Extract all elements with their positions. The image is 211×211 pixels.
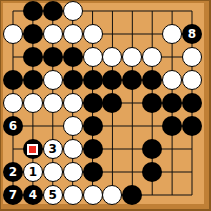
go-board: 86321745 — [0, 0, 211, 211]
stone-white — [3, 93, 23, 113]
stone-black — [63, 70, 83, 90]
stone-black — [3, 70, 23, 90]
stone-black — [162, 116, 182, 136]
stone-white: 1 — [23, 162, 43, 182]
stone-black — [23, 70, 43, 90]
stone-number-label: 1 — [29, 162, 37, 182]
stone-white — [43, 93, 63, 113]
stone-white: 5 — [43, 185, 63, 205]
stone-white — [23, 93, 43, 113]
stone-black: 6 — [3, 116, 23, 136]
stone-black — [182, 93, 202, 113]
stone-black — [162, 93, 182, 113]
stone-white — [63, 162, 83, 182]
stone-white — [83, 24, 103, 44]
stone-number-label: 2 — [9, 162, 17, 182]
stone-white — [162, 24, 182, 44]
stone-white — [63, 185, 83, 205]
stone-black — [83, 162, 103, 182]
stone-black — [83, 139, 103, 159]
stone-white — [63, 93, 83, 113]
stone-black — [43, 1, 63, 21]
stone-white — [3, 24, 23, 44]
stone-black: 2 — [3, 162, 23, 182]
stone-white — [83, 185, 103, 205]
stone-white — [63, 24, 83, 44]
stone-white — [162, 70, 182, 90]
stone-white — [63, 139, 83, 159]
stone-number-label: 6 — [9, 116, 17, 136]
stone-number-label: 8 — [188, 24, 196, 44]
stone-white — [63, 116, 83, 136]
stone-black — [182, 116, 202, 136]
stone-black — [23, 1, 43, 21]
stone-white — [182, 47, 202, 67]
stone-black: 4 — [23, 185, 43, 205]
stone-white — [43, 70, 63, 90]
stone-white — [83, 47, 103, 67]
stone-white: 3 — [43, 139, 63, 159]
stone-black — [83, 116, 103, 136]
stone-black — [43, 47, 63, 67]
square-mark-icon — [27, 144, 38, 155]
stone-black: 7 — [3, 185, 23, 205]
stone-black: 8 — [182, 24, 202, 44]
go-board-diagram: 86321745 — [0, 0, 211, 211]
stone-black — [23, 47, 43, 67]
stone-number-label: 7 — [9, 185, 17, 205]
stone-number-label: 5 — [49, 185, 57, 205]
stone-white — [182, 70, 202, 90]
stone-number-label: 3 — [49, 139, 57, 159]
stone-black — [83, 70, 103, 90]
stone-black — [63, 47, 83, 67]
stone-white — [43, 24, 63, 44]
stone-black — [23, 24, 43, 44]
stone-white — [63, 1, 83, 21]
stone-number-label: 4 — [29, 185, 37, 205]
stone-black — [23, 139, 43, 159]
stone-black — [83, 93, 103, 113]
stone-white — [43, 162, 63, 182]
